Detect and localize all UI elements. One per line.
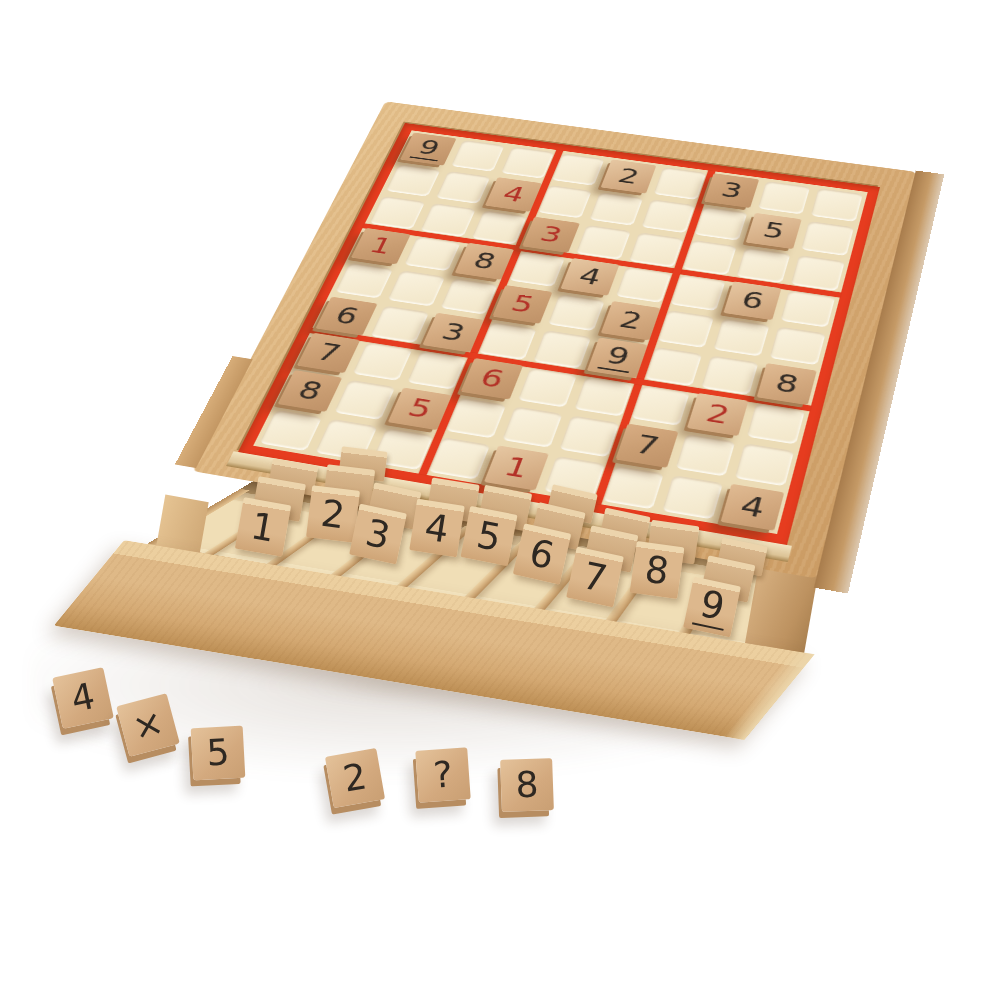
- tile-digit: 3: [438, 320, 468, 345]
- board-tile-3-r1c7[interactable]: 3: [704, 173, 759, 208]
- loose-tile-4[interactable]: 4: [52, 667, 114, 729]
- board-tile-5-r2c8[interactable]: 5: [746, 213, 802, 249]
- tile-digit: 8: [294, 378, 326, 405]
- tile-digit: 4: [576, 265, 604, 289]
- drawer-tile-1[interactable]: 1: [235, 497, 291, 557]
- tile-digit: 2: [319, 494, 347, 534]
- drawer-tile-2[interactable]: 2: [306, 485, 360, 542]
- tile-glyph: ?: [432, 756, 454, 793]
- tile-digit: 1: [501, 454, 533, 483]
- tile-digit: 9: [410, 137, 447, 162]
- drawer-tile-5[interactable]: 5: [460, 506, 517, 566]
- tile-digit: 3: [537, 223, 565, 246]
- tile-digit: 6: [477, 365, 508, 391]
- tile-digit: 1: [248, 507, 278, 548]
- tile-digit: 4: [500, 183, 528, 205]
- loose-tile-8[interactable]: 8: [500, 758, 554, 812]
- tile-digit: 8: [773, 371, 801, 398]
- scene: 923453184652639876285714 1234567894×52?8: [0, 0, 1000, 1000]
- tile-glyph: 8: [515, 767, 539, 804]
- tile-digit: 4: [737, 492, 767, 522]
- tile-digit: 5: [474, 516, 504, 557]
- tile-digit: 7: [632, 431, 662, 459]
- board-tile-6-r4c8[interactable]: 6: [723, 281, 781, 320]
- tile-digit: 9: [598, 343, 637, 373]
- tile-digit: 7: [313, 340, 344, 366]
- tile-digit: 1: [366, 234, 396, 257]
- loose-tile-2[interactable]: 2: [325, 748, 385, 808]
- tile-glyph: 2: [341, 758, 370, 797]
- tile-digit: 8: [470, 249, 499, 273]
- tile-digit: 5: [508, 292, 537, 317]
- tile-digit: 6: [739, 288, 767, 313]
- tile-digit: 2: [616, 308, 645, 333]
- tile-glyph: 5: [206, 734, 231, 771]
- tile-digit: 7: [580, 556, 611, 597]
- tile-glyph: 4: [68, 678, 98, 718]
- tile-digit: 5: [404, 395, 436, 422]
- tile-digit: 2: [615, 166, 642, 188]
- tile-digit: 2: [703, 401, 732, 428]
- tile-digit: 9: [692, 584, 731, 631]
- loose-tile-question[interactable]: ?: [415, 747, 471, 803]
- loose-tile-5[interactable]: 5: [191, 726, 246, 781]
- tile-digit: 6: [526, 533, 557, 574]
- tile-digit: 6: [331, 304, 362, 329]
- drawer-tile-4[interactable]: 4: [409, 499, 465, 558]
- tile-digit: 5: [761, 219, 788, 242]
- tile-digit: 3: [718, 179, 744, 201]
- tile-glyph: ×: [129, 704, 167, 747]
- tile-digit: 3: [363, 513, 394, 554]
- drawer-tile-8[interactable]: 8: [630, 541, 685, 599]
- tile-digit: 4: [422, 508, 451, 548]
- tile-digit: 8: [643, 550, 671, 590]
